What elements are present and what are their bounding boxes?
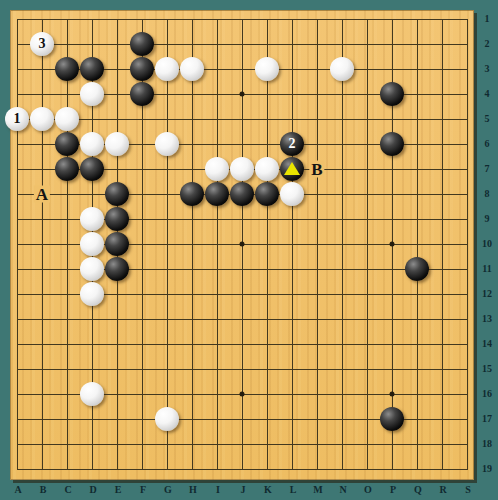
row-label: 5 xyxy=(485,114,490,124)
column-label: O xyxy=(364,485,372,495)
stone-white[interactable] xyxy=(155,407,179,431)
grid-line xyxy=(442,19,443,469)
row-label: 3 xyxy=(485,64,490,74)
stone-black[interactable] xyxy=(105,257,129,281)
column-label: I xyxy=(216,485,220,495)
row-label: 18 xyxy=(482,439,492,449)
grid-line xyxy=(267,19,268,469)
stone-black[interactable] xyxy=(130,32,154,56)
column-label: G xyxy=(164,485,172,495)
stone-black[interactable] xyxy=(105,232,129,256)
column-label: A xyxy=(14,485,21,495)
column-label: Q xyxy=(414,485,422,495)
stone-black[interactable] xyxy=(105,182,129,206)
stone-white[interactable]: 1 xyxy=(5,107,29,131)
stone-black[interactable] xyxy=(180,182,204,206)
row-label: 16 xyxy=(482,389,492,399)
grid-line xyxy=(17,369,468,370)
stone-black[interactable] xyxy=(380,82,404,106)
star-point xyxy=(390,241,395,246)
stone-black[interactable] xyxy=(55,57,79,81)
column-label: R xyxy=(439,485,446,495)
stone-black[interactable] xyxy=(80,157,104,181)
row-label: 10 xyxy=(482,239,492,249)
row-label: 11 xyxy=(482,264,491,274)
grid-line xyxy=(17,444,468,445)
star-point xyxy=(390,391,395,396)
stone-white[interactable] xyxy=(80,382,104,406)
stone-white[interactable] xyxy=(155,132,179,156)
stone-black[interactable] xyxy=(230,182,254,206)
grid-line xyxy=(367,19,368,469)
stone-white[interactable] xyxy=(80,257,104,281)
column-label: P xyxy=(390,485,396,495)
row-label: 15 xyxy=(482,364,492,374)
stone-black[interactable] xyxy=(380,132,404,156)
column-label: S xyxy=(465,485,471,495)
grid-line xyxy=(17,319,468,320)
star-point xyxy=(240,91,245,96)
stone-white[interactable] xyxy=(230,157,254,181)
column-label: H xyxy=(189,485,197,495)
stone-black[interactable]: 2 xyxy=(280,132,304,156)
stone-white[interactable] xyxy=(80,82,104,106)
go-diagram: ABCDEFGHIJKLMNOPQRS123456789101112131415… xyxy=(0,0,498,500)
row-label: 14 xyxy=(482,339,492,349)
column-label: J xyxy=(241,485,246,495)
row-label: 19 xyxy=(482,464,492,474)
stone-black[interactable] xyxy=(255,182,279,206)
point-label: B xyxy=(309,160,324,177)
stone-white[interactable] xyxy=(80,232,104,256)
stone-black[interactable] xyxy=(205,182,229,206)
stone-black[interactable] xyxy=(405,257,429,281)
column-label: L xyxy=(290,485,297,495)
point-label: A xyxy=(34,185,50,202)
row-label: 17 xyxy=(482,414,492,424)
stone-black[interactable] xyxy=(55,132,79,156)
star-point xyxy=(240,391,245,396)
row-label: 7 xyxy=(485,164,490,174)
stone-black[interactable] xyxy=(130,57,154,81)
stone-white[interactable]: 3 xyxy=(30,32,54,56)
row-label: 6 xyxy=(485,139,490,149)
move-number-label: 3 xyxy=(39,37,46,51)
grid-line xyxy=(17,344,468,345)
move-number-label: 1 xyxy=(14,112,21,126)
row-label: 2 xyxy=(485,39,490,49)
stone-white[interactable] xyxy=(280,182,304,206)
stone-black[interactable] xyxy=(80,57,104,81)
stone-white[interactable] xyxy=(30,107,54,131)
stone-white[interactable] xyxy=(155,57,179,81)
column-label: E xyxy=(115,485,122,495)
stone-black[interactable] xyxy=(380,407,404,431)
grid-line xyxy=(17,469,468,470)
column-label: M xyxy=(313,485,322,495)
stone-white[interactable] xyxy=(205,157,229,181)
grid-line xyxy=(292,19,293,469)
grid-line xyxy=(467,19,468,469)
row-label: 13 xyxy=(482,314,492,324)
stone-black[interactable] xyxy=(280,157,304,181)
stone-white[interactable] xyxy=(55,107,79,131)
stone-black[interactable] xyxy=(55,157,79,181)
grid-line xyxy=(417,19,418,469)
row-label: 1 xyxy=(485,14,490,24)
stone-white[interactable] xyxy=(80,282,104,306)
grid-line xyxy=(317,19,318,469)
stone-white[interactable] xyxy=(80,132,104,156)
column-label: F xyxy=(140,485,146,495)
stone-white[interactable] xyxy=(255,157,279,181)
stone-white[interactable] xyxy=(255,57,279,81)
column-label: N xyxy=(339,485,346,495)
row-label: 8 xyxy=(485,189,490,199)
stone-white[interactable] xyxy=(105,132,129,156)
column-label: B xyxy=(40,485,47,495)
move-number-label: 2 xyxy=(289,137,296,151)
triangle-marker-icon xyxy=(284,162,300,175)
stone-white[interactable] xyxy=(180,57,204,81)
column-label: D xyxy=(89,485,96,495)
stone-white[interactable] xyxy=(80,207,104,231)
star-point xyxy=(240,241,245,246)
row-label: 12 xyxy=(482,289,492,299)
stone-white[interactable] xyxy=(330,57,354,81)
grid-line xyxy=(342,19,343,469)
column-label: K xyxy=(264,485,272,495)
stone-black[interactable] xyxy=(105,207,129,231)
column-label: C xyxy=(64,485,71,495)
stone-black[interactable] xyxy=(130,82,154,106)
row-label: 4 xyxy=(485,89,490,99)
row-label: 9 xyxy=(485,214,490,224)
